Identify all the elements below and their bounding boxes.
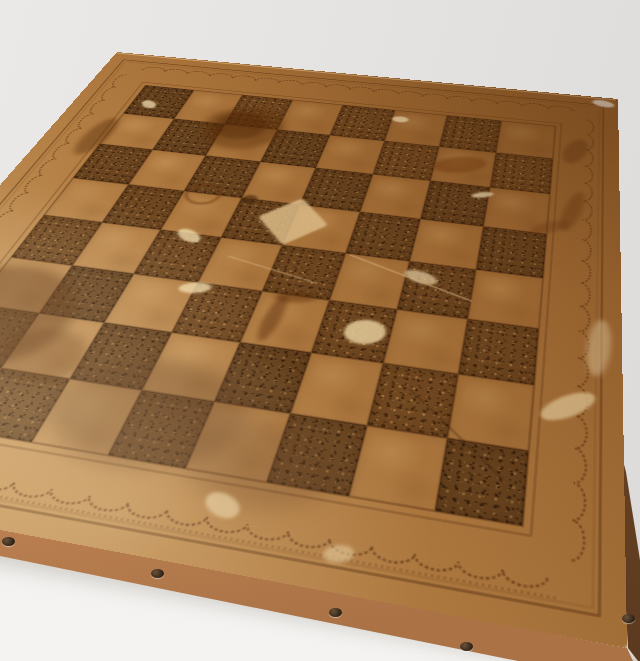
edge-tack [622,614,635,623]
photo-scene [0,0,640,661]
edge-tack [460,642,473,651]
edge-tack [151,569,164,578]
edge-tack [329,608,342,617]
edge-tack [2,537,15,546]
